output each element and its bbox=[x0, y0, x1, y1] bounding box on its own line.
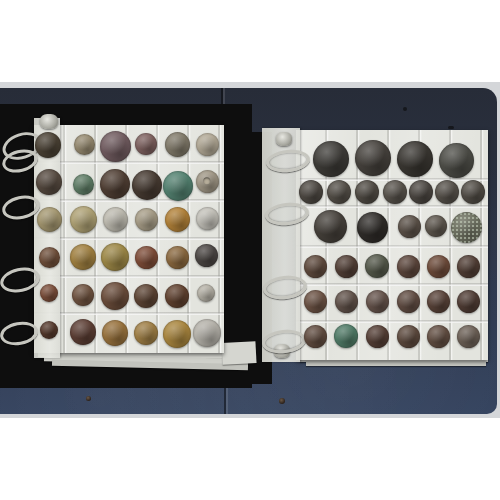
coin bbox=[304, 255, 327, 278]
coin-center-hole bbox=[203, 177, 210, 184]
coin bbox=[196, 170, 219, 193]
coin bbox=[197, 284, 215, 302]
coin bbox=[70, 244, 96, 270]
coin bbox=[72, 284, 94, 306]
coin bbox=[39, 247, 60, 268]
binder-ring-right bbox=[265, 148, 311, 174]
coin bbox=[40, 284, 58, 302]
coin bbox=[102, 320, 128, 346]
binder-ring-left bbox=[0, 192, 42, 222]
coin bbox=[101, 282, 129, 310]
coin bbox=[435, 180, 459, 204]
coin bbox=[366, 290, 389, 313]
coin bbox=[166, 246, 189, 269]
coin bbox=[451, 212, 482, 243]
coin bbox=[135, 208, 158, 231]
coin bbox=[314, 210, 347, 243]
binder-ring-right bbox=[261, 328, 307, 355]
coin bbox=[366, 325, 389, 348]
coin bbox=[304, 290, 327, 313]
coin bbox=[313, 141, 349, 177]
coin bbox=[357, 212, 388, 243]
coin bbox=[425, 215, 447, 237]
coin bbox=[37, 207, 62, 232]
coin bbox=[70, 206, 97, 233]
coin bbox=[101, 243, 129, 271]
coin bbox=[163, 171, 193, 201]
coin bbox=[135, 133, 157, 155]
coin bbox=[165, 207, 190, 232]
coin bbox=[195, 244, 218, 267]
coin bbox=[196, 207, 219, 230]
coin bbox=[427, 325, 450, 348]
coin bbox=[327, 180, 351, 204]
coin bbox=[103, 207, 128, 232]
coin bbox=[334, 324, 358, 348]
coin bbox=[355, 180, 379, 204]
coin bbox=[70, 319, 96, 345]
coin bbox=[409, 180, 433, 204]
coin bbox=[134, 321, 158, 345]
coin bbox=[397, 255, 420, 278]
coin bbox=[132, 170, 162, 200]
coin bbox=[73, 174, 94, 195]
coin bbox=[196, 133, 219, 156]
coin bbox=[40, 321, 58, 339]
coin bbox=[439, 143, 474, 178]
binder-ring-right bbox=[262, 274, 308, 301]
coin bbox=[36, 169, 62, 195]
binder-ring-right bbox=[264, 201, 310, 227]
coin bbox=[100, 131, 131, 162]
coin bbox=[365, 254, 389, 278]
coin bbox=[355, 140, 391, 176]
coin bbox=[134, 284, 158, 308]
coin bbox=[427, 290, 450, 313]
coin bbox=[304, 325, 327, 348]
coin bbox=[165, 284, 189, 308]
coin bbox=[74, 134, 95, 155]
coin bbox=[335, 290, 358, 313]
coin bbox=[165, 132, 190, 157]
coin bbox=[335, 255, 358, 278]
coin bbox=[397, 325, 420, 348]
coin bbox=[398, 215, 421, 238]
coin bbox=[135, 246, 158, 269]
coin bbox=[427, 255, 450, 278]
coin bbox=[163, 320, 191, 348]
coin bbox=[457, 255, 480, 278]
coin bbox=[100, 169, 130, 199]
coin bbox=[397, 290, 420, 313]
coin bbox=[299, 180, 323, 204]
coin bbox=[35, 132, 61, 158]
coin bbox=[457, 325, 480, 348]
coins-and-rings-layer bbox=[0, 0, 500, 500]
coin bbox=[383, 180, 407, 204]
binder-ring-left bbox=[0, 264, 42, 296]
coin bbox=[461, 180, 485, 204]
coin bbox=[193, 319, 221, 347]
binder-ring-left bbox=[0, 319, 40, 348]
coin bbox=[457, 290, 480, 313]
photo-of-coin-album bbox=[0, 0, 500, 500]
coin bbox=[397, 141, 433, 177]
